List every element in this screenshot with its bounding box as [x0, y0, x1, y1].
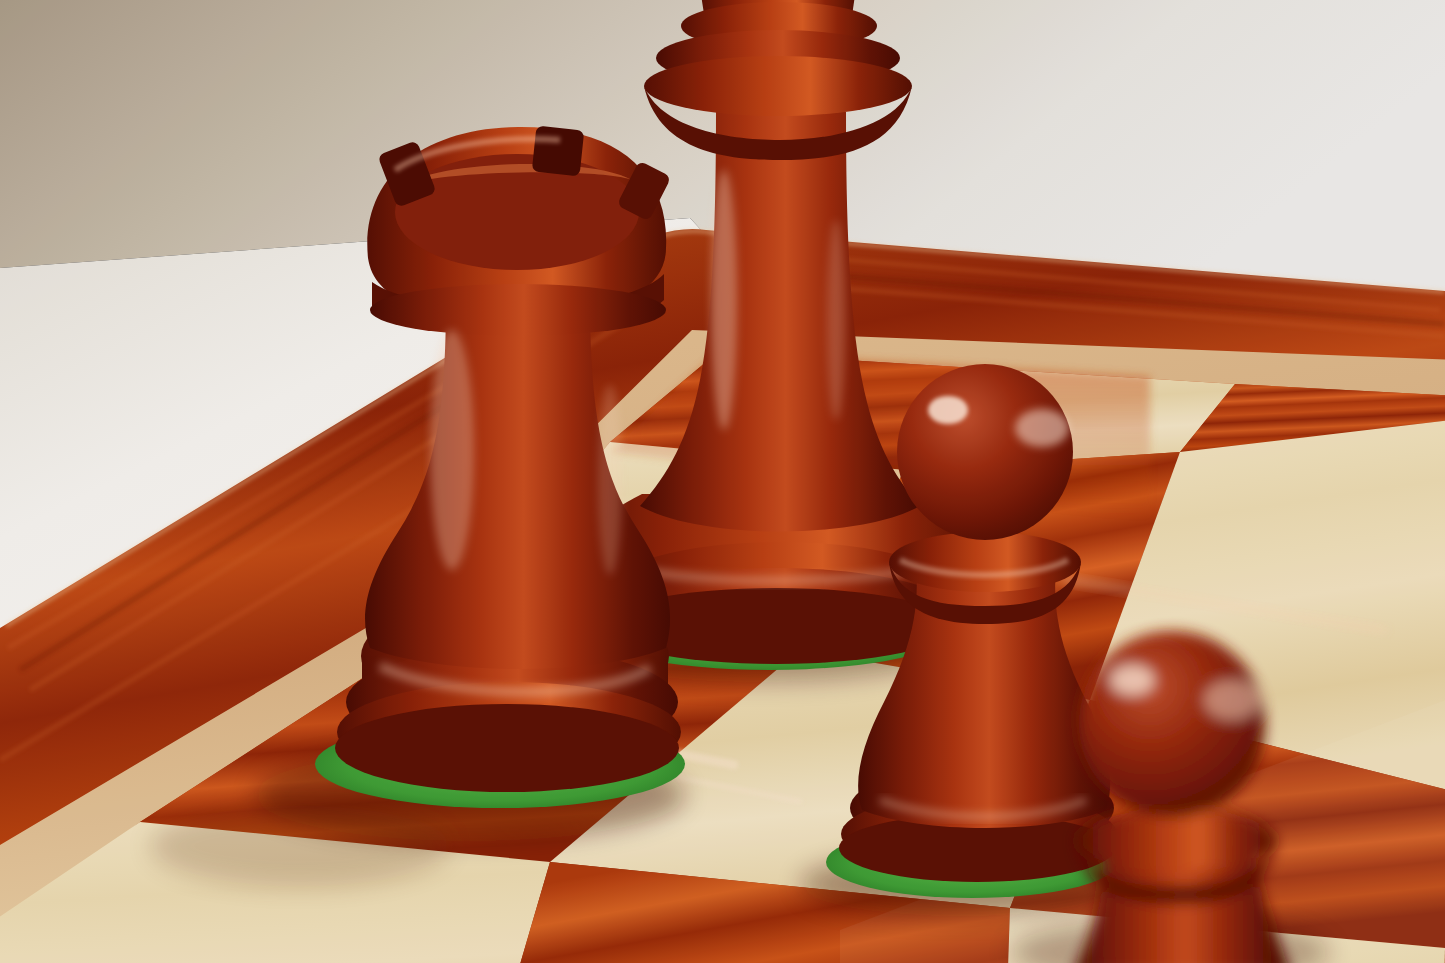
chess-photo-svg — [0, 0, 1445, 963]
photo-scene — [0, 0, 1445, 963]
soft-vignette — [0, 0, 1445, 963]
